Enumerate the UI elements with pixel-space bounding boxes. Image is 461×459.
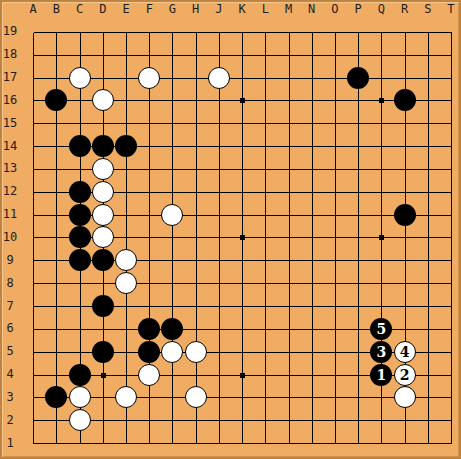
stone-white-R4: 2	[394, 364, 416, 386]
col-label-P: P	[348, 3, 368, 16]
stone-black-C11	[69, 204, 91, 226]
stone-black-C10	[69, 226, 91, 248]
row-label-18: 18	[0, 48, 20, 61]
col-label-C: C	[70, 3, 90, 16]
stone-black-E14	[115, 135, 137, 157]
stone-white-R3	[394, 386, 416, 408]
col-label-O: O	[325, 3, 345, 16]
stone-black-D9	[92, 249, 114, 271]
col-label-S: S	[418, 3, 438, 16]
stone-white-D16	[92, 89, 114, 111]
row-label-17: 17	[0, 71, 20, 84]
stone-white-J17	[208, 67, 230, 89]
row-label-3: 3	[0, 391, 20, 404]
col-label-E: E	[116, 3, 136, 16]
go-board: ABCDEFGHJKLMNOPQRST191817161514131211109…	[0, 0, 461, 459]
move-number: 2	[400, 368, 410, 382]
col-label-N: N	[302, 3, 322, 16]
row-label-9: 9	[0, 254, 20, 267]
row-label-12: 12	[0, 185, 20, 198]
star-point-D4	[101, 373, 106, 378]
grid-lines	[0, 0, 461, 459]
row-label-15: 15	[0, 117, 20, 130]
stone-black-C4	[69, 364, 91, 386]
stone-black-R11	[394, 204, 416, 226]
stone-white-C3	[69, 386, 91, 408]
col-label-J: J	[209, 3, 229, 16]
col-label-D: D	[93, 3, 113, 16]
stone-black-C9	[69, 249, 91, 271]
stone-white-C2	[69, 409, 91, 431]
stone-white-G11	[161, 204, 183, 226]
row-label-10: 10	[0, 231, 20, 244]
col-label-T: T	[441, 3, 461, 16]
row-label-13: 13	[0, 162, 20, 175]
row-label-2: 2	[0, 414, 20, 427]
col-label-M: M	[279, 3, 299, 16]
stone-white-H3	[185, 386, 207, 408]
stone-white-D13	[92, 158, 114, 180]
stone-white-C17	[69, 67, 91, 89]
row-label-11: 11	[0, 208, 20, 221]
stone-black-F5	[138, 341, 160, 363]
move-number: 3	[376, 345, 386, 359]
stone-white-D12	[92, 181, 114, 203]
col-label-H: H	[186, 3, 206, 16]
col-label-B: B	[46, 3, 66, 16]
move-number: 1	[376, 368, 386, 382]
stone-white-R5: 4	[394, 341, 416, 363]
stone-black-D5	[92, 341, 114, 363]
move-number: 5	[376, 322, 386, 336]
stone-black-C14	[69, 135, 91, 157]
stone-black-Q4: 1	[370, 364, 392, 386]
stone-black-D7	[92, 295, 114, 317]
row-label-16: 16	[0, 94, 20, 107]
col-label-Q: Q	[371, 3, 391, 16]
col-label-A: A	[23, 3, 43, 16]
row-label-6: 6	[0, 322, 20, 335]
stone-black-D14	[92, 135, 114, 157]
row-label-1: 1	[0, 437, 20, 450]
stone-black-R16	[394, 89, 416, 111]
row-label-7: 7	[0, 300, 20, 313]
stone-white-G5	[161, 341, 183, 363]
star-point-K16	[240, 98, 245, 103]
stone-white-D11	[92, 204, 114, 226]
stone-black-P17	[347, 67, 369, 89]
col-label-G: G	[162, 3, 182, 16]
stone-black-Q5: 3	[370, 341, 392, 363]
star-point-Q10	[379, 235, 384, 240]
star-point-K10	[240, 235, 245, 240]
row-label-5: 5	[0, 345, 20, 358]
move-number: 4	[400, 345, 410, 359]
col-label-R: R	[395, 3, 415, 16]
stone-black-F6	[138, 318, 160, 340]
row-label-4: 4	[0, 368, 20, 381]
col-label-F: F	[139, 3, 159, 16]
row-label-19: 19	[0, 25, 20, 38]
stone-white-F4	[138, 364, 160, 386]
col-label-L: L	[255, 3, 275, 16]
stone-white-E8	[115, 272, 137, 294]
col-label-K: K	[232, 3, 252, 16]
stone-white-F17	[138, 67, 160, 89]
stone-white-H5	[185, 341, 207, 363]
star-point-K4	[240, 373, 245, 378]
row-label-14: 14	[0, 140, 20, 153]
stone-black-C12	[69, 181, 91, 203]
star-point-Q16	[379, 98, 384, 103]
row-label-8: 8	[0, 277, 20, 290]
